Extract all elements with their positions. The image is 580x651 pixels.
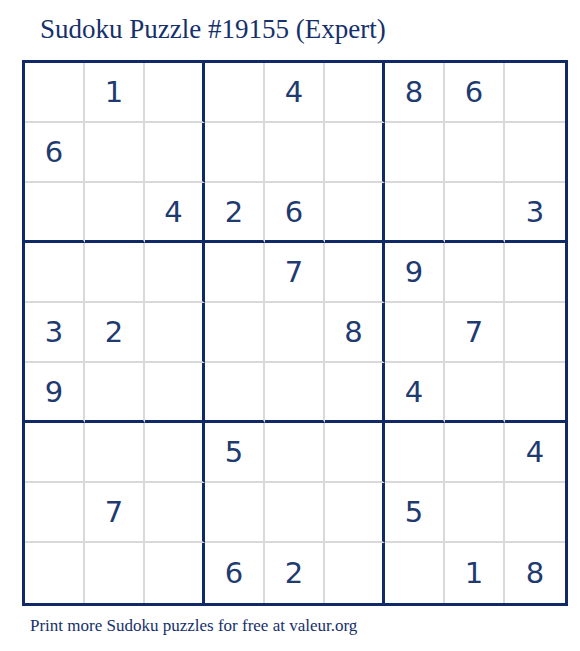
cell-r8c1 bbox=[25, 483, 85, 543]
cell-r5c3 bbox=[145, 303, 205, 363]
cell-r2c3 bbox=[145, 123, 205, 183]
cell-r7c7 bbox=[385, 423, 445, 483]
cell-r5c4 bbox=[205, 303, 265, 363]
cell-r7c4: 5 bbox=[205, 423, 265, 483]
cell-r1c1 bbox=[25, 63, 85, 123]
cell-r3c8 bbox=[445, 183, 505, 243]
cell-r6c4 bbox=[205, 363, 265, 423]
cell-r2c7 bbox=[385, 123, 445, 183]
cell-r8c3 bbox=[145, 483, 205, 543]
cell-r6c9 bbox=[505, 363, 565, 423]
cell-r1c2: 1 bbox=[85, 63, 145, 123]
cell-r5c5 bbox=[265, 303, 325, 363]
footer-text: Print more Sudoku puzzles for free at va… bbox=[30, 615, 357, 637]
cell-r1c8: 6 bbox=[445, 63, 505, 123]
cell-r3c3: 4 bbox=[145, 183, 205, 243]
cell-r2c1: 6 bbox=[25, 123, 85, 183]
cell-r6c6 bbox=[325, 363, 385, 423]
cell-r8c4 bbox=[205, 483, 265, 543]
cell-r2c2 bbox=[85, 123, 145, 183]
cell-r9c1 bbox=[25, 543, 85, 603]
cell-r3c9: 3 bbox=[505, 183, 565, 243]
cell-r5c2: 2 bbox=[85, 303, 145, 363]
cell-r8c6 bbox=[325, 483, 385, 543]
cell-r4c1 bbox=[25, 243, 85, 303]
cell-r7c9: 4 bbox=[505, 423, 565, 483]
cell-r5c8: 7 bbox=[445, 303, 505, 363]
cell-r2c9 bbox=[505, 123, 565, 183]
cell-r6c8 bbox=[445, 363, 505, 423]
cell-r6c5 bbox=[265, 363, 325, 423]
cell-r7c2 bbox=[85, 423, 145, 483]
cell-r4c8 bbox=[445, 243, 505, 303]
cell-r4c4 bbox=[205, 243, 265, 303]
cell-r2c6 bbox=[325, 123, 385, 183]
cell-r6c7: 4 bbox=[385, 363, 445, 423]
cell-r9c9: 8 bbox=[505, 543, 565, 603]
cell-r9c5: 2 bbox=[265, 543, 325, 603]
cell-r5c1: 3 bbox=[25, 303, 85, 363]
cell-r7c6 bbox=[325, 423, 385, 483]
cell-r4c5: 7 bbox=[265, 243, 325, 303]
cell-r7c5 bbox=[265, 423, 325, 483]
cell-r4c3 bbox=[145, 243, 205, 303]
cell-r7c3 bbox=[145, 423, 205, 483]
cell-r9c3 bbox=[145, 543, 205, 603]
cell-r4c6 bbox=[325, 243, 385, 303]
cell-r3c4: 2 bbox=[205, 183, 265, 243]
sudoku-page: Sudoku Puzzle #19155 (Expert) 1486642637… bbox=[0, 0, 580, 651]
cell-r2c5 bbox=[265, 123, 325, 183]
cell-r4c7: 9 bbox=[385, 243, 445, 303]
cell-r9c4: 6 bbox=[205, 543, 265, 603]
cell-r9c8: 1 bbox=[445, 543, 505, 603]
cell-r5c9 bbox=[505, 303, 565, 363]
cell-r3c6 bbox=[325, 183, 385, 243]
cell-r9c7 bbox=[385, 543, 445, 603]
cell-r7c1 bbox=[25, 423, 85, 483]
cell-r3c5: 6 bbox=[265, 183, 325, 243]
cell-r1c4 bbox=[205, 63, 265, 123]
cell-r4c9 bbox=[505, 243, 565, 303]
cell-r8c9 bbox=[505, 483, 565, 543]
cell-r5c6: 8 bbox=[325, 303, 385, 363]
cell-r6c3 bbox=[145, 363, 205, 423]
cell-r9c6 bbox=[325, 543, 385, 603]
cell-r2c8 bbox=[445, 123, 505, 183]
cell-r8c7: 5 bbox=[385, 483, 445, 543]
cell-r1c7: 8 bbox=[385, 63, 445, 123]
cell-r5c7 bbox=[385, 303, 445, 363]
cell-r3c2 bbox=[85, 183, 145, 243]
cell-r1c6 bbox=[325, 63, 385, 123]
cell-r9c2 bbox=[85, 543, 145, 603]
cell-r3c1 bbox=[25, 183, 85, 243]
cell-r2c4 bbox=[205, 123, 265, 183]
cell-r6c2 bbox=[85, 363, 145, 423]
cell-r8c5 bbox=[265, 483, 325, 543]
cell-r3c7 bbox=[385, 183, 445, 243]
sudoku-grid: 1486642637932879454756218 bbox=[22, 60, 568, 606]
cell-r7c8 bbox=[445, 423, 505, 483]
cell-r1c3 bbox=[145, 63, 205, 123]
cell-r8c2: 7 bbox=[85, 483, 145, 543]
cell-r1c5: 4 bbox=[265, 63, 325, 123]
page-title: Sudoku Puzzle #19155 (Expert) bbox=[40, 13, 386, 46]
cell-r4c2 bbox=[85, 243, 145, 303]
cell-r8c8 bbox=[445, 483, 505, 543]
cell-r6c1: 9 bbox=[25, 363, 85, 423]
cell-r1c9 bbox=[505, 63, 565, 123]
